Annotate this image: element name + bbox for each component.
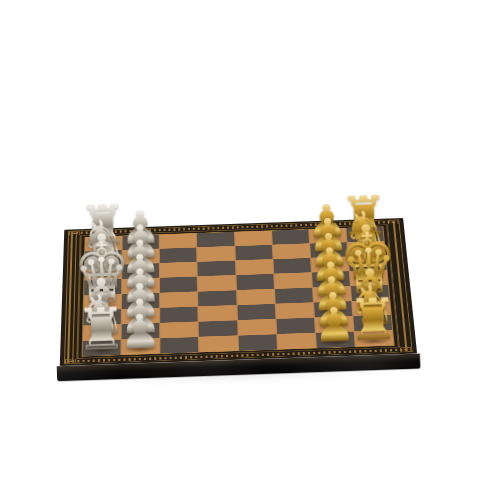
black-rook[interactable]: ♜ <box>354 330 394 347</box>
pieces-layer: ♜♞♝♚♛♝♞♜♟♟♟♟♟♟♟♟♟♟♟♟♟♟♟♟♜♞♝♚♛♝♞♜ <box>60 218 417 366</box>
piece-glyph: ♜ <box>61 305 142 355</box>
board-tilt-wrapper: ♜♞♝♚♛♝♞♜♟♟♟♟♟♟♟♟♟♟♟♟♟♟♟♟♜♞♝♚♛♝♞♜ <box>0 0 480 480</box>
chess-board: ♜♞♝♚♛♝♞♜♟♟♟♟♟♟♟♟♟♟♟♟♟♟♟♟♜♞♝♚♛♝♞♜ <box>60 218 417 366</box>
chess-set-photo: ♜♞♝♚♛♝♞♜♟♟♟♟♟♟♟♟♟♟♟♟♟♟♟♟♜♞♝♚♛♝♞♜ <box>0 0 480 480</box>
white-rook[interactable]: ♜ <box>83 339 122 356</box>
piece-glyph: ♜ <box>332 295 413 345</box>
perspective-wrapper: ♜♞♝♚♛♝♞♜♟♟♟♟♟♟♟♟♟♟♟♟♟♟♟♟♜♞♝♚♛♝♞♜ <box>56 110 416 470</box>
